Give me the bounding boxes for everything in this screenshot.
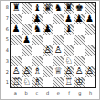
white-piece-P: ♙ [43, 45, 52, 56]
black-piece-p: ♟ [75, 14, 84, 25]
square-b3 [22, 56, 33, 67]
black-piece-n: ♞ [33, 24, 42, 35]
file-label-c: c [32, 89, 43, 97]
square-a7 [11, 14, 22, 25]
square-a4 [11, 45, 22, 56]
white-piece-R: ♖ [12, 77, 21, 88]
white-piece-N: ♘ [64, 56, 73, 67]
black-piece-b: ♝ [64, 24, 73, 35]
square-h6 [85, 24, 96, 35]
black-piece-r: ♜ [12, 3, 21, 14]
square-f2: ♙ [64, 66, 75, 77]
rank-label-8: 8 [2, 2, 9, 13]
square-h7: ♟ [85, 14, 96, 25]
white-piece-K: ♔ [75, 77, 84, 88]
square-a8: ♜ [11, 3, 22, 14]
chess-diagram: 87654321 ♜♝♛♞♜♚♟♟♟♟♟♞♟♝♟♙♙♘♙♙♗♕♙♙♙♖♘♗♖♔ … [10, 2, 96, 88]
square-g2: ♙ [74, 66, 85, 77]
square-a5 [11, 35, 22, 46]
rank-label-1: 1 [2, 77, 9, 88]
file-label-e: e [53, 89, 64, 97]
square-e4: ♙ [53, 45, 64, 56]
chess-board: ♜♝♛♞♜♚♟♟♟♟♟♞♟♝♟♙♙♘♙♙♗♕♙♙♙♖♘♗♖♔ [10, 2, 96, 88]
square-d6: ♟ [43, 24, 54, 35]
square-e6 [53, 24, 64, 35]
black-piece-k: ♚ [75, 3, 84, 14]
white-piece-P: ♙ [64, 66, 73, 77]
square-h1 [85, 77, 96, 88]
square-b8 [22, 3, 33, 14]
rank-label-7: 7 [2, 13, 9, 24]
chess-diagram-screenshot: { "game": "chess", "position": { "fen": … [0, 0, 100, 100]
square-e8: ♞ [53, 3, 64, 14]
rank-label-3: 3 [2, 56, 9, 67]
square-f6: ♝ [64, 24, 75, 35]
square-f8: ♜ [64, 3, 75, 14]
square-h3 [85, 56, 96, 67]
square-f4 [64, 45, 75, 56]
square-c2: ♗ [32, 66, 43, 77]
square-d1 [43, 77, 54, 88]
square-b6 [22, 24, 33, 35]
file-label-b: b [21, 89, 32, 97]
file-label-h: h [85, 89, 96, 97]
square-f3: ♘ [64, 56, 75, 67]
square-a2: ♙ [11, 66, 22, 77]
rank-label-4: 4 [2, 45, 9, 56]
file-labels: abcdefgh [10, 89, 96, 97]
square-e2: ♕ [53, 66, 64, 77]
square-h4 [85, 45, 96, 56]
square-d5 [43, 35, 54, 46]
square-h8 [85, 3, 96, 14]
black-piece-n: ♞ [54, 3, 63, 14]
white-piece-R: ♖ [64, 77, 73, 88]
square-g3 [74, 56, 85, 67]
square-b4 [22, 45, 33, 56]
square-c6: ♞ [32, 24, 43, 35]
square-e7 [53, 14, 64, 25]
square-b1: ♘ [22, 77, 33, 88]
square-h2: ♙ [85, 66, 96, 77]
white-piece-P: ♙ [75, 66, 84, 77]
rank-labels: 87654321 [2, 2, 9, 88]
black-piece-b: ♝ [33, 3, 42, 14]
square-g7: ♟ [74, 14, 85, 25]
square-d3 [43, 56, 54, 67]
file-label-a: a [10, 89, 21, 97]
square-c3 [32, 56, 43, 67]
black-piece-q: ♛ [43, 3, 52, 14]
square-c4 [32, 45, 43, 56]
square-d4: ♙ [43, 45, 54, 56]
black-piece-p: ♟ [22, 35, 31, 46]
square-c8: ♝ [32, 3, 43, 14]
rank-label-5: 5 [2, 34, 9, 45]
rank-label-6: 6 [2, 24, 9, 35]
black-piece-p: ♟ [43, 24, 52, 35]
white-piece-P: ♙ [54, 45, 63, 56]
white-piece-N: ♘ [22, 77, 31, 88]
square-g5 [74, 35, 85, 46]
square-e5 [53, 35, 64, 46]
square-c7: ♟ [32, 14, 43, 25]
square-d7 [43, 14, 54, 25]
square-a1: ♖ [11, 77, 22, 88]
square-b2: ♙ [22, 66, 33, 77]
black-piece-r: ♜ [64, 3, 73, 14]
black-piece-p: ♟ [85, 14, 94, 25]
white-piece-P: ♙ [22, 66, 31, 77]
black-piece-p: ♟ [64, 14, 73, 25]
square-d8: ♛ [43, 3, 54, 14]
rank-label-2: 2 [2, 67, 9, 78]
square-c5 [32, 35, 43, 46]
square-d2 [43, 66, 54, 77]
square-g1: ♔ [74, 77, 85, 88]
square-c1: ♗ [32, 77, 43, 88]
square-h5 [85, 35, 96, 46]
square-b7 [22, 14, 33, 25]
file-label-d: d [42, 89, 53, 97]
square-e1 [53, 77, 64, 88]
square-g6 [74, 24, 85, 35]
black-piece-p: ♟ [12, 24, 21, 35]
white-piece-Q: ♕ [54, 66, 63, 77]
square-g4 [74, 45, 85, 56]
square-e3 [53, 56, 64, 67]
white-piece-B: ♗ [33, 77, 42, 88]
square-f7: ♟ [64, 14, 75, 25]
square-f1: ♖ [64, 77, 75, 88]
square-a3 [11, 56, 22, 67]
file-label-g: g [75, 89, 86, 97]
square-b5: ♟ [22, 35, 33, 46]
white-piece-P: ♙ [12, 66, 21, 77]
square-a6: ♟ [11, 24, 22, 35]
square-f5 [64, 35, 75, 46]
square-g8: ♚ [74, 3, 85, 14]
white-piece-P: ♙ [85, 66, 94, 77]
black-piece-p: ♟ [33, 14, 42, 25]
white-piece-B: ♗ [33, 66, 42, 77]
file-label-f: f [64, 89, 75, 97]
